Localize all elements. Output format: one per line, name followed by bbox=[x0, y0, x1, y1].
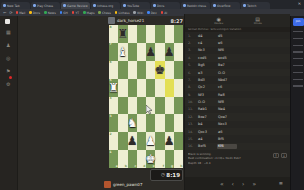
square-h3[interactable] bbox=[174, 114, 183, 132]
bookmark-item[interactable]: Dev bbox=[147, 11, 156, 15]
move-number: 5. bbox=[188, 63, 197, 67]
move-white[interactable]: cxd5 bbox=[197, 55, 217, 60]
bookmark-item[interactable]: AI bbox=[161, 11, 167, 15]
tab-favicon bbox=[33, 4, 36, 7]
tab-favicon bbox=[183, 4, 186, 7]
bookmark-favicon bbox=[115, 11, 118, 14]
move-white[interactable]: e3 bbox=[197, 70, 217, 75]
analysis-line: Depth 18 · −6.4 bbox=[188, 161, 288, 165]
bookmark-favicon bbox=[161, 11, 164, 14]
move-row: 14.Qxc3a6 bbox=[185, 128, 291, 135]
square-a5[interactable]: ♜5 bbox=[109, 79, 118, 97]
tab-favicon bbox=[63, 4, 66, 7]
thumbs-down-icon[interactable]: ↓ bbox=[281, 153, 287, 158]
top-player-name[interactable]: dark_horse21 bbox=[117, 18, 144, 23]
move-row: 16.Bxf5Kf6 bbox=[185, 143, 291, 150]
browser-tab[interactable]: Overflow bbox=[211, 2, 240, 9]
move-number: 15. bbox=[188, 137, 197, 141]
sidebar-icon[interactable]: ⚙ bbox=[6, 82, 10, 87]
move-black[interactable]: Be7 bbox=[217, 63, 237, 68]
right-strip-line bbox=[293, 85, 303, 86]
square-f1[interactable]: f bbox=[155, 150, 164, 168]
mouse-cursor bbox=[146, 100, 153, 119]
move-number: 16. bbox=[188, 144, 197, 148]
bookmark-favicon bbox=[147, 11, 150, 14]
right-strip-line bbox=[293, 79, 303, 80]
move-number: 4. bbox=[188, 56, 197, 60]
square-e7[interactable]: ♟ bbox=[146, 43, 155, 61]
bookmark-item[interactable]: Lichess bbox=[115, 11, 130, 15]
sidebar-icon[interactable]: ⚑ bbox=[6, 69, 10, 74]
screen: New TabPlay ChessGame Reviewlichess.orgY… bbox=[0, 0, 304, 190]
top-player-clock: 8:27 bbox=[150, 17, 183, 25]
bookmark-item[interactable]: Mail bbox=[16, 11, 26, 15]
top-player-row: dark_horse21 bbox=[108, 17, 144, 24]
move-black[interactable]: Nxc3 bbox=[217, 122, 237, 127]
move-row: 2.c4e6 bbox=[185, 39, 291, 46]
square-d6[interactable] bbox=[137, 61, 146, 79]
move-white[interactable]: Rab1 bbox=[197, 107, 217, 112]
browser-tab[interactable]: Play Chess bbox=[31, 2, 60, 9]
bookmark-favicon bbox=[16, 11, 19, 14]
right-strip-line bbox=[293, 51, 303, 52]
browser-tab[interactable]: lichess.org bbox=[91, 2, 120, 9]
move-black[interactable]: e6 bbox=[217, 41, 237, 46]
square-f6[interactable]: ♚ bbox=[155, 61, 164, 79]
move-row: 11.Rab1Ne4 bbox=[185, 106, 291, 113]
coord-file-f: f bbox=[163, 165, 164, 168]
tab-favicon bbox=[123, 4, 126, 7]
sidebar-icon[interactable]: ♟ bbox=[6, 43, 10, 48]
move-row: 4.cxd5exd5 bbox=[185, 54, 291, 61]
move-row: 5.Bg5Be7 bbox=[185, 62, 291, 69]
move-white[interactable]: Nf3 bbox=[197, 92, 217, 97]
right-strip-line bbox=[293, 38, 303, 39]
move-black[interactable]: Re8 bbox=[217, 92, 237, 97]
bookmark-favicon bbox=[133, 11, 136, 14]
square-c5[interactable] bbox=[128, 79, 137, 97]
square-b8[interactable]: ♜ bbox=[118, 25, 127, 43]
move-number: 9. bbox=[188, 93, 197, 97]
piece-white-pawn-e2[interactable]: ♟ bbox=[145, 135, 156, 147]
square-h2[interactable] bbox=[174, 132, 183, 150]
square-a4[interactable]: 4 bbox=[109, 97, 118, 115]
square-g5[interactable] bbox=[165, 79, 174, 97]
square-c7[interactable] bbox=[128, 43, 137, 61]
move-white[interactable]: Qc2 bbox=[197, 85, 217, 90]
move-black[interactable]: Nf8 bbox=[217, 100, 237, 105]
chess-board: 8♜7♝♟♟6♚♜543♞2♟♟♟1abcd♚efgh bbox=[109, 25, 183, 168]
square-b4[interactable] bbox=[118, 97, 127, 115]
move-row: 1.d4d5 bbox=[185, 32, 291, 39]
move-number: 11. bbox=[188, 107, 197, 111]
piece-white-rook-a5[interactable]: ♜ bbox=[108, 82, 119, 94]
square-g4[interactable] bbox=[165, 97, 174, 115]
coord-rank-5: 5 bbox=[110, 79, 112, 82]
move-black[interactable]: d5 bbox=[217, 33, 237, 38]
move-number: 2. bbox=[188, 41, 197, 45]
bookmark-item[interactable]: Maps bbox=[83, 11, 94, 15]
bookmark-favicon bbox=[72, 11, 75, 14]
bookmark-favicon bbox=[29, 11, 32, 14]
piece-black-king-f6[interactable]: ♚ bbox=[154, 64, 165, 76]
square-g6[interactable] bbox=[165, 61, 174, 79]
move-black[interactable]: exd5 bbox=[217, 55, 237, 60]
move-row: 9.Nf3Re8 bbox=[185, 91, 291, 98]
bottom-player-avatar[interactable] bbox=[104, 181, 111, 188]
move-white[interactable]: Bg5 bbox=[197, 63, 217, 68]
square-c2[interactable]: ♟ bbox=[128, 132, 137, 150]
coord-file-e: e bbox=[153, 165, 155, 168]
site-logo[interactable] bbox=[5, 19, 10, 24]
coord-file-b: b bbox=[125, 165, 127, 168]
go-end-button[interactable]: » bbox=[252, 177, 256, 190]
coord-file-a: a bbox=[116, 165, 118, 168]
square-e8[interactable] bbox=[146, 25, 155, 43]
browser-tab[interactable]: YouTube bbox=[121, 2, 150, 9]
square-h6[interactable] bbox=[174, 61, 183, 79]
right-strip-line bbox=[293, 72, 303, 73]
move-white[interactable]: b4 bbox=[197, 122, 217, 127]
tab-favicon bbox=[213, 4, 216, 7]
move-number: 7. bbox=[188, 78, 197, 82]
move-number: 6. bbox=[188, 71, 197, 75]
square-e2[interactable]: ♟ bbox=[146, 132, 155, 150]
piece-white-bishop-b7[interactable]: ♝ bbox=[117, 46, 128, 58]
bookmark-favicon bbox=[60, 11, 63, 14]
move-black[interactable]: Nbd7 bbox=[217, 77, 237, 82]
next-move-button[interactable]: › bbox=[242, 177, 244, 190]
bookmark-item[interactable]: GH bbox=[60, 11, 68, 15]
square-h7[interactable] bbox=[174, 43, 183, 61]
square-a2[interactable]: 2 bbox=[109, 132, 118, 150]
panel-tab-review[interactable]: ◉Review bbox=[214, 17, 223, 25]
move-white[interactable]: a4 bbox=[197, 136, 217, 141]
back-icon[interactable]: ← bbox=[3, 9, 6, 16]
square-c8[interactable] bbox=[128, 25, 137, 43]
bookmark-item[interactable]: Wiki bbox=[133, 11, 143, 15]
square-d5[interactable] bbox=[137, 79, 146, 97]
move-number: 10. bbox=[188, 100, 197, 104]
square-c1[interactable]: c bbox=[128, 150, 137, 168]
square-g1[interactable]: g bbox=[165, 150, 174, 168]
move-number: 8. bbox=[188, 85, 197, 89]
move-row: 10.O-ONf8 bbox=[185, 98, 291, 105]
move-white[interactable]: Nc3 bbox=[197, 48, 217, 53]
move-white[interactable]: c4 bbox=[197, 41, 217, 46]
thumbs-up-icon[interactable]: ↑ bbox=[273, 153, 279, 158]
square-g8[interactable] bbox=[165, 25, 174, 43]
prev-move-button[interactable]: ‹ bbox=[232, 177, 234, 190]
square-f8[interactable] bbox=[155, 25, 164, 43]
right-strip-line bbox=[293, 31, 303, 32]
move-white[interactable]: Bxf5 bbox=[197, 144, 217, 149]
square-d3[interactable] bbox=[137, 114, 146, 132]
analysis-panel: ◉Review▤Moves Sicilian Defense: Scheveni… bbox=[184, 14, 290, 190]
bookmark-item[interactable]: News bbox=[44, 11, 56, 15]
bottom-player-clock: ◷ 8:19 bbox=[150, 169, 183, 181]
blue-action-button[interactable]: Join bbox=[293, 18, 304, 26]
reload-icon[interactable]: ⟳ bbox=[9, 9, 12, 16]
panel-tab-moves[interactable]: ▤Moves bbox=[254, 17, 262, 25]
tab-favicon bbox=[3, 4, 6, 7]
move-black[interactable]: Kf6 bbox=[217, 144, 237, 149]
window-close-button[interactable]: ✕ bbox=[298, 1, 301, 7]
top-player-avatar[interactable] bbox=[108, 17, 115, 24]
square-f4[interactable] bbox=[155, 97, 164, 115]
tab-favicon bbox=[93, 4, 96, 7]
piece-black-pawn-g7[interactable]: ♟ bbox=[164, 46, 175, 58]
square-g2[interactable]: ♟ bbox=[165, 132, 174, 150]
square-a1[interactable]: 1a bbox=[109, 150, 118, 168]
move-black[interactable]: Nf6 bbox=[217, 48, 237, 53]
move-black[interactable]: c6 bbox=[217, 85, 237, 90]
move-white[interactable]: Bd3 bbox=[197, 77, 217, 82]
square-b7[interactable]: ♝ bbox=[118, 43, 127, 61]
move-black[interactable]: Bf5 bbox=[217, 136, 237, 141]
move-row: 7.Bd3Nbd7 bbox=[185, 76, 291, 83]
move-number: 12. bbox=[188, 115, 197, 119]
square-h4[interactable] bbox=[174, 97, 183, 115]
sidebar-icon[interactable]: ▦ bbox=[6, 30, 11, 35]
square-c4[interactable] bbox=[128, 97, 137, 115]
piece-black-pawn-c2[interactable]: ♟ bbox=[127, 135, 138, 147]
move-row: 8.Qc2c6 bbox=[185, 84, 291, 91]
coord-rank-2: 2 bbox=[110, 133, 112, 136]
coord-file-d: d bbox=[143, 165, 145, 168]
square-f5[interactable] bbox=[155, 79, 164, 97]
move-white[interactable]: O-O bbox=[197, 100, 217, 105]
coord-rank-8: 8 bbox=[110, 26, 112, 29]
move-row: 6.e3O-O bbox=[185, 69, 291, 76]
coord-rank-3: 3 bbox=[110, 115, 112, 118]
piece-black-pawn-g2[interactable]: ♟ bbox=[164, 135, 175, 147]
move-black[interactable]: a6 bbox=[217, 129, 237, 134]
move-list: 1.d4d52.c4e63.Nc3Nf64.cxd5exd55.Bg5Be76.… bbox=[185, 32, 291, 150]
browser-tabstrip: New TabPlay ChessGame Reviewlichess.orgY… bbox=[0, 0, 304, 9]
square-d8[interactable] bbox=[137, 25, 146, 43]
square-g7[interactable]: ♟ bbox=[165, 43, 174, 61]
bookmark-item[interactable]: YT bbox=[72, 11, 79, 15]
right-strip-line bbox=[293, 65, 303, 66]
coord-file-g: g bbox=[171, 165, 173, 168]
bookmark-favicon bbox=[83, 11, 86, 14]
menu-icon[interactable]: ≡ bbox=[279, 177, 283, 190]
coord-rank-1: 1 bbox=[110, 151, 112, 154]
browser-tab[interactable]: Docs bbox=[151, 2, 180, 9]
square-d4[interactable] bbox=[137, 97, 146, 115]
square-h1[interactable]: h bbox=[174, 150, 183, 168]
square-e5[interactable] bbox=[146, 79, 155, 97]
move-number: 1. bbox=[188, 34, 197, 38]
move-white[interactable]: Bxe7 bbox=[197, 114, 217, 119]
coord-file-c: c bbox=[134, 165, 136, 168]
bookmark-item[interactable]: Docs bbox=[29, 11, 40, 15]
notification-dot bbox=[9, 76, 12, 79]
square-h8[interactable] bbox=[174, 25, 183, 43]
square-g3[interactable] bbox=[165, 114, 174, 132]
clock-icon: ◷ bbox=[161, 172, 165, 177]
tab-favicon bbox=[153, 4, 156, 7]
sidebar-icon[interactable]: ◎ bbox=[6, 56, 10, 61]
piece-black-rook-b8[interactable]: ♜ bbox=[117, 28, 128, 40]
piece-black-pawn-e7[interactable]: ♟ bbox=[145, 46, 156, 58]
move-black[interactable]: O-O bbox=[217, 70, 237, 75]
coord-rank-6: 6 bbox=[110, 61, 112, 64]
bottom-player-row: green_pawn07 bbox=[104, 181, 142, 188]
square-a3[interactable]: 3 bbox=[109, 114, 118, 132]
move-number: 14. bbox=[188, 130, 197, 134]
move-row: 12.Bxe7Qxe7 bbox=[185, 113, 291, 120]
move-row: 13.b4Nxc3 bbox=[185, 121, 291, 128]
panel-tabs: ◉Review▤Moves bbox=[185, 14, 291, 27]
bottom-player-name[interactable]: green_pawn07 bbox=[113, 182, 142, 187]
second-window-strip: Join bbox=[290, 16, 304, 190]
bookmark-favicon bbox=[98, 11, 101, 14]
move-black[interactable]: Ne4 bbox=[217, 107, 237, 112]
square-h5[interactable] bbox=[174, 79, 183, 97]
square-c6[interactable] bbox=[128, 61, 137, 79]
move-row: 15.a4Bf5 bbox=[185, 135, 291, 142]
square-f3[interactable] bbox=[155, 114, 164, 132]
tab-favicon bbox=[243, 4, 246, 7]
browser-tab[interactable]: Reddit chess bbox=[181, 2, 210, 9]
go-start-button[interactable]: « bbox=[220, 177, 224, 190]
move-white[interactable]: d4 bbox=[197, 33, 217, 38]
playback-controls: «‹›»≡ bbox=[185, 177, 291, 190]
bookmark-favicon bbox=[44, 11, 47, 14]
right-strip-line bbox=[293, 45, 303, 46]
square-e1[interactable]: ♚e bbox=[146, 150, 155, 168]
coord-file-h: h bbox=[180, 165, 182, 168]
coord-rank-7: 7 bbox=[110, 43, 112, 46]
bookmark-item[interactable]: Chess bbox=[98, 11, 110, 15]
square-b5[interactable] bbox=[118, 79, 127, 97]
move-number: 3. bbox=[188, 48, 197, 52]
move-number: 13. bbox=[188, 122, 197, 126]
square-c3[interactable]: ♞ bbox=[128, 114, 137, 132]
square-b1[interactable]: b bbox=[118, 150, 127, 168]
move-row: 3.Nc3Nf6 bbox=[185, 47, 291, 54]
analysis-box: Black is winning.Best continuation: c1=Q… bbox=[185, 150, 291, 177]
browser-tab[interactable]: Twitch bbox=[241, 2, 270, 9]
square-a6[interactable]: 6 bbox=[109, 61, 118, 79]
move-black[interactable]: Qxe7 bbox=[217, 114, 237, 119]
square-b6[interactable] bbox=[118, 61, 127, 79]
right-strip-line bbox=[293, 58, 303, 59]
site-sidebar: ▦♟◎⚑⚙ bbox=[0, 16, 18, 190]
piece-white-knight-c3[interactable]: ♞ bbox=[127, 117, 138, 129]
move-white[interactable]: Qxc3 bbox=[197, 129, 217, 134]
browser-tab[interactable]: New Tab bbox=[1, 2, 30, 9]
browser-tab[interactable]: Game Review bbox=[61, 2, 90, 9]
coord-rank-4: 4 bbox=[110, 97, 112, 100]
